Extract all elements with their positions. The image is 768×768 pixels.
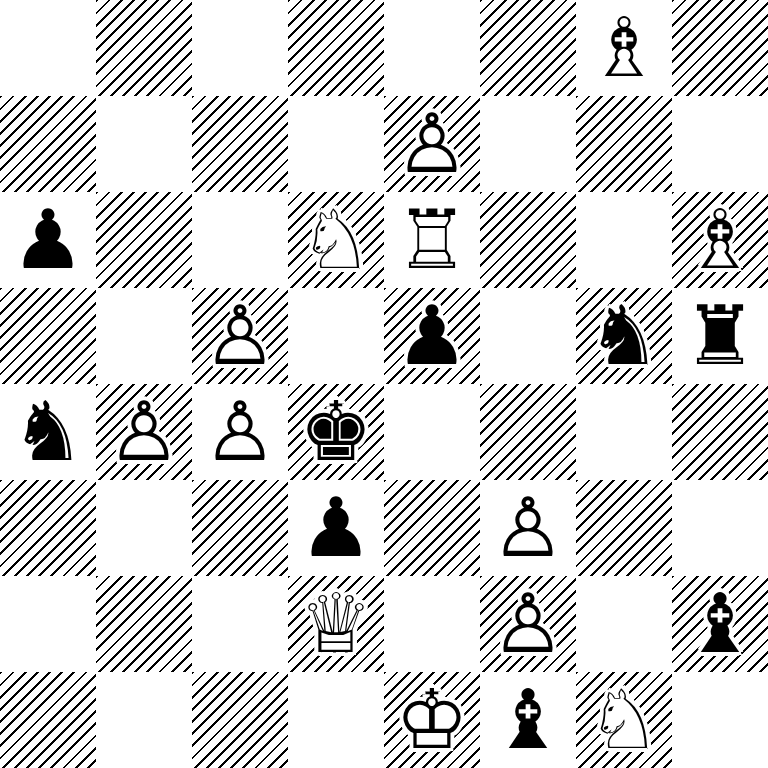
square-h4[interactable]: [672, 384, 768, 480]
square-a7[interactable]: [0, 96, 96, 192]
white-king-piece: ♔: [384, 672, 480, 768]
square-a2[interactable]: [0, 576, 96, 672]
black-knight-piece: ♞: [0, 384, 96, 480]
piece-halo: ♞: [0, 384, 96, 480]
piece-halo: ♟: [384, 288, 480, 384]
square-c5[interactable]: ♟♙: [192, 288, 288, 384]
square-e7[interactable]: ♟♙: [384, 96, 480, 192]
square-h1[interactable]: [672, 672, 768, 768]
square-d6[interactable]: ♞♘: [288, 192, 384, 288]
square-g8[interactable]: ♝♗: [576, 0, 672, 96]
square-g4[interactable]: [576, 384, 672, 480]
square-c6[interactable]: [192, 192, 288, 288]
square-d7[interactable]: [288, 96, 384, 192]
piece-halo: ♜: [672, 288, 768, 384]
piece-halo: ♝: [576, 0, 672, 96]
square-e5[interactable]: ♟♟: [384, 288, 480, 384]
piece-halo: ♟: [192, 288, 288, 384]
piece-halo: ♝: [480, 672, 576, 768]
square-f2[interactable]: ♟♙: [480, 576, 576, 672]
black-pawn-piece: ♟: [384, 288, 480, 384]
black-knight-piece: ♞: [576, 288, 672, 384]
white-pawn-piece: ♙: [480, 480, 576, 576]
square-f7[interactable]: [480, 96, 576, 192]
piece-halo: ♝: [672, 192, 768, 288]
piece-halo: ♚: [384, 672, 480, 768]
black-pawn-piece: ♟: [0, 192, 96, 288]
square-b6[interactable]: [96, 192, 192, 288]
square-b2[interactable]: [96, 576, 192, 672]
piece-halo: ♚: [288, 384, 384, 480]
piece-halo: ♟: [0, 192, 96, 288]
square-h3[interactable]: [672, 480, 768, 576]
piece-halo: ♞: [288, 192, 384, 288]
square-e8[interactable]: [384, 0, 480, 96]
white-rook-piece: ♖: [384, 192, 480, 288]
square-f5[interactable]: [480, 288, 576, 384]
square-g5[interactable]: ♞♞: [576, 288, 672, 384]
square-h7[interactable]: [672, 96, 768, 192]
square-c7[interactable]: [192, 96, 288, 192]
piece-halo: ♞: [576, 288, 672, 384]
piece-halo: ♟: [96, 384, 192, 480]
white-pawn-piece: ♙: [384, 96, 480, 192]
square-b3[interactable]: [96, 480, 192, 576]
black-bishop-piece: ♝: [672, 576, 768, 672]
square-d5[interactable]: [288, 288, 384, 384]
square-f4[interactable]: [480, 384, 576, 480]
square-h2[interactable]: ♝♝: [672, 576, 768, 672]
square-e3[interactable]: [384, 480, 480, 576]
white-queen-piece: ♕: [288, 576, 384, 672]
square-d4[interactable]: ♚♚: [288, 384, 384, 480]
square-a3[interactable]: [0, 480, 96, 576]
square-d1[interactable]: [288, 672, 384, 768]
square-c4[interactable]: ♟♙: [192, 384, 288, 480]
square-b4[interactable]: ♟♙: [96, 384, 192, 480]
white-pawn-piece: ♙: [96, 384, 192, 480]
white-knight-piece: ♘: [288, 192, 384, 288]
square-h5[interactable]: ♜♜: [672, 288, 768, 384]
black-king-piece: ♚: [288, 384, 384, 480]
square-e2[interactable]: [384, 576, 480, 672]
piece-halo: ♟: [480, 480, 576, 576]
square-c1[interactable]: [192, 672, 288, 768]
square-a8[interactable]: [0, 0, 96, 96]
square-c3[interactable]: [192, 480, 288, 576]
white-pawn-piece: ♙: [480, 576, 576, 672]
square-g7[interactable]: [576, 96, 672, 192]
square-g6[interactable]: [576, 192, 672, 288]
square-b5[interactable]: [96, 288, 192, 384]
square-g1[interactable]: ♞♘: [576, 672, 672, 768]
square-f1[interactable]: ♝♝: [480, 672, 576, 768]
square-g3[interactable]: [576, 480, 672, 576]
square-b8[interactable]: [96, 0, 192, 96]
black-rook-piece: ♜: [672, 288, 768, 384]
square-c2[interactable]: [192, 576, 288, 672]
square-a5[interactable]: [0, 288, 96, 384]
square-a6[interactable]: ♟♟: [0, 192, 96, 288]
white-bishop-piece: ♗: [672, 192, 768, 288]
square-f3[interactable]: ♟♙: [480, 480, 576, 576]
square-g2[interactable]: [576, 576, 672, 672]
square-h8[interactable]: [672, 0, 768, 96]
square-f6[interactable]: [480, 192, 576, 288]
square-e4[interactable]: [384, 384, 480, 480]
square-e6[interactable]: ♜♖: [384, 192, 480, 288]
piece-halo: ♛: [288, 576, 384, 672]
piece-halo: ♜: [384, 192, 480, 288]
piece-halo: ♟: [384, 96, 480, 192]
chess-board: ♝♗♟♙♟♟♞♘♜♖♝♗♟♙♟♟♞♞♜♜♞♞♟♙♟♙♚♚♟♟♟♙♛♕♟♙♝♝♚♔…: [0, 0, 768, 768]
white-pawn-piece: ♙: [192, 384, 288, 480]
piece-halo: ♞: [576, 672, 672, 768]
square-a4[interactable]: ♞♞: [0, 384, 96, 480]
piece-halo: ♟: [192, 384, 288, 480]
black-pawn-piece: ♟: [288, 480, 384, 576]
square-b7[interactable]: [96, 96, 192, 192]
white-knight-piece: ♘: [576, 672, 672, 768]
piece-halo: ♟: [288, 480, 384, 576]
square-e1[interactable]: ♚♔: [384, 672, 480, 768]
black-bishop-piece: ♝: [480, 672, 576, 768]
square-d8[interactable]: [288, 0, 384, 96]
piece-halo: ♝: [672, 576, 768, 672]
square-d3[interactable]: ♟♟: [288, 480, 384, 576]
square-d2[interactable]: ♛♕: [288, 576, 384, 672]
square-b1[interactable]: [96, 672, 192, 768]
piece-halo: ♟: [480, 576, 576, 672]
white-bishop-piece: ♗: [576, 0, 672, 96]
square-a1[interactable]: [0, 672, 96, 768]
square-f8[interactable]: [480, 0, 576, 96]
white-pawn-piece: ♙: [192, 288, 288, 384]
square-c8[interactable]: [192, 0, 288, 96]
square-h6[interactable]: ♝♗: [672, 192, 768, 288]
